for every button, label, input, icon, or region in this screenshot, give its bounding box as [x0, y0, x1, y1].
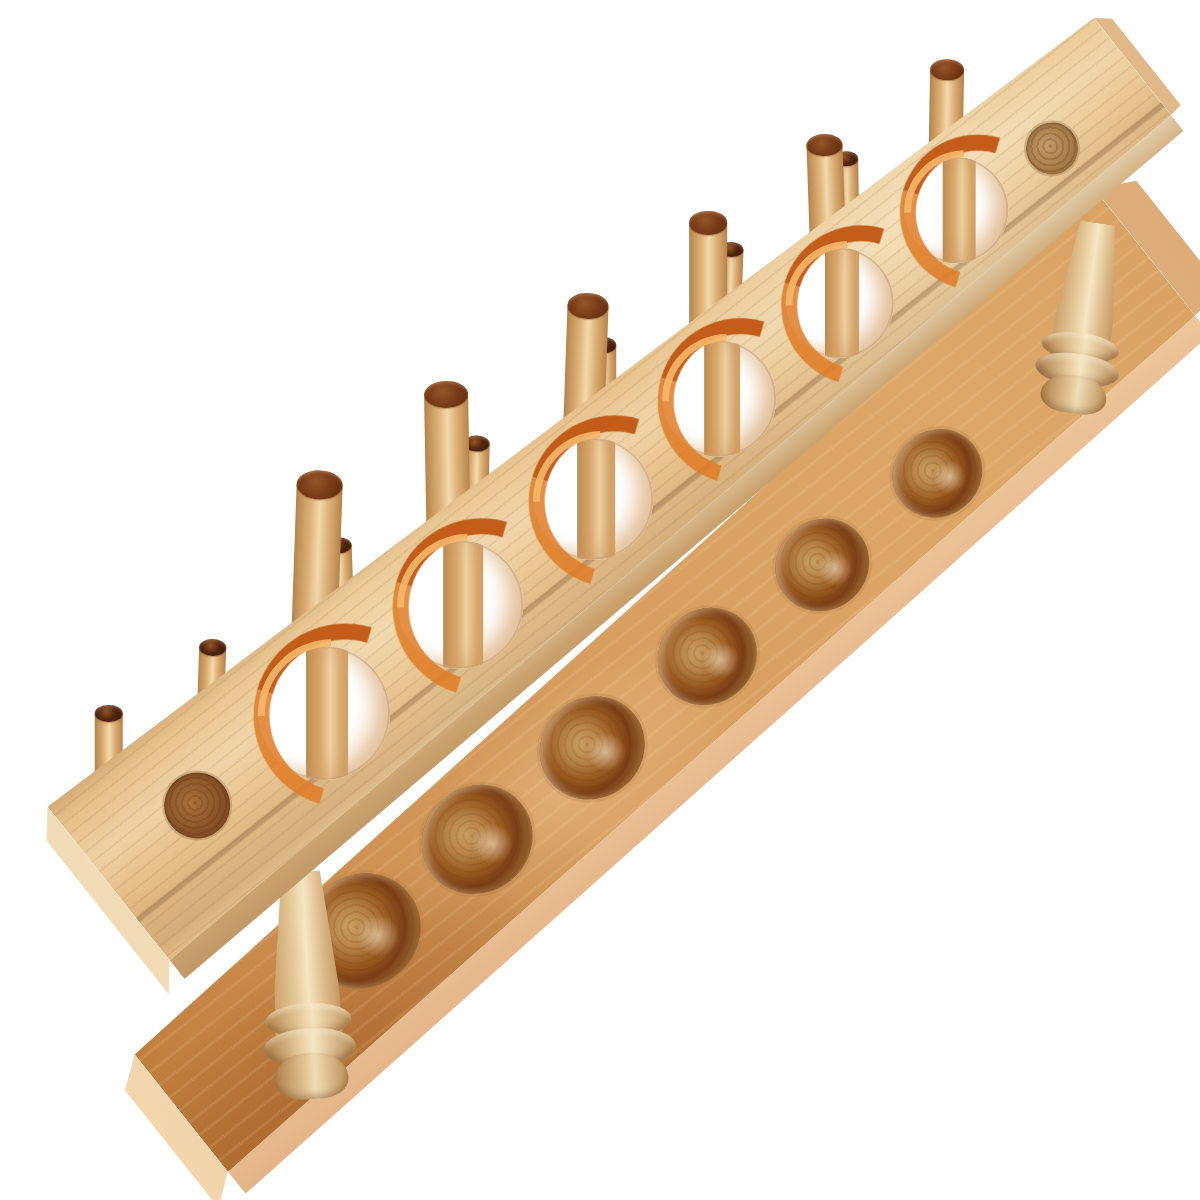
short-drying-peg-cap: [199, 639, 227, 657]
product-photo-scene: [0, 0, 1200, 1200]
drying-peg-cap: [930, 59, 964, 81]
short-drying-peg-cap: [95, 705, 123, 722]
drying-peg-cap: [689, 211, 727, 235]
